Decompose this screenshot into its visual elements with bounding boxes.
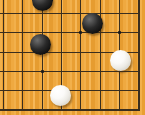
star-point (41, 70, 44, 73)
board-edge-line-right (138, 0, 140, 111)
black-stone (32, 0, 53, 11)
grid-line-vertical (42, 0, 43, 111)
grid-line-vertical (22, 0, 23, 111)
black-stone (30, 34, 51, 55)
black-stone (82, 13, 103, 34)
grid-line-horizontal (0, 13, 140, 14)
grid-line-horizontal (0, 71, 140, 72)
star-point (118, 31, 121, 34)
star-point (79, 31, 82, 34)
board-edge-line-bottom (0, 109, 140, 111)
grid-line-vertical (3, 0, 4, 111)
white-stone (50, 85, 71, 106)
grid-line-vertical (80, 0, 81, 111)
white-stone (110, 50, 131, 71)
go-board[interactable] (0, 0, 145, 115)
